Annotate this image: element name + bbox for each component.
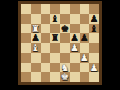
- square-b8[interactable]: [31, 4, 41, 14]
- square-a7[interactable]: [21, 14, 31, 24]
- square-e8[interactable]: [60, 4, 70, 14]
- square-b6[interactable]: ♜: [31, 24, 41, 34]
- piece-black-pawn-b5: ♟: [31, 34, 40, 44]
- square-c7[interactable]: [41, 14, 51, 24]
- square-c8[interactable]: [41, 4, 51, 14]
- square-g8[interactable]: [80, 4, 90, 14]
- square-d8[interactable]: [50, 4, 60, 14]
- square-h3[interactable]: [89, 53, 99, 63]
- square-h5[interactable]: [89, 33, 99, 43]
- square-g3[interactable]: ♟: [80, 53, 90, 63]
- square-c6[interactable]: [41, 24, 51, 34]
- square-e2[interactable]: ♞: [60, 63, 70, 73]
- square-e5[interactable]: [60, 33, 70, 43]
- piece-black-bishop-h6: ♝: [90, 24, 99, 34]
- square-d2[interactable]: [50, 63, 60, 73]
- square-c2[interactable]: [41, 63, 51, 73]
- square-a1[interactable]: [21, 72, 31, 82]
- square-a4[interactable]: [21, 43, 31, 53]
- square-d1[interactable]: [50, 72, 60, 82]
- square-c4[interactable]: [41, 43, 51, 53]
- square-g2[interactable]: [80, 63, 90, 73]
- square-b1[interactable]: [31, 72, 41, 82]
- square-f3[interactable]: [70, 53, 80, 63]
- chess-board-frame: ♝♟♜♚♝♟♜♟♟♝♟♟♞♟♚: [18, 1, 102, 85]
- piece-black-pawn-g5: ♟: [80, 34, 89, 44]
- square-e3[interactable]: [60, 53, 70, 63]
- square-a8[interactable]: [21, 4, 31, 14]
- piece-black-pawn-f5: ♟: [70, 34, 79, 44]
- square-d3[interactable]: [50, 53, 60, 63]
- square-e4[interactable]: [60, 43, 70, 53]
- square-d4[interactable]: [50, 43, 60, 53]
- square-g5[interactable]: ♟: [80, 33, 90, 43]
- square-e6[interactable]: ♚: [60, 24, 70, 34]
- piece-white-bishop-b4: ♝: [31, 43, 40, 53]
- piece-white-pawn-h2: ♟: [90, 63, 99, 73]
- square-b2[interactable]: [31, 63, 41, 73]
- square-c5[interactable]: [41, 33, 51, 43]
- square-e1[interactable]: ♚: [60, 72, 70, 82]
- square-f4[interactable]: ♟: [70, 43, 80, 53]
- square-h7[interactable]: ♟: [89, 14, 99, 24]
- square-c3[interactable]: [41, 53, 51, 63]
- square-a6[interactable]: [21, 24, 31, 34]
- square-b4[interactable]: ♝: [31, 43, 41, 53]
- square-b5[interactable]: ♟: [31, 33, 41, 43]
- square-h1[interactable]: [89, 72, 99, 82]
- square-a5[interactable]: [21, 33, 31, 43]
- square-f1[interactable]: [70, 72, 80, 82]
- square-d5[interactable]: ♜: [50, 33, 60, 43]
- square-h2[interactable]: ♟: [89, 63, 99, 73]
- square-f6[interactable]: [70, 24, 80, 34]
- piece-black-bishop-d7: ♝: [51, 14, 60, 23]
- square-g4[interactable]: [80, 43, 90, 53]
- square-h8[interactable]: [89, 4, 99, 14]
- square-a3[interactable]: [21, 53, 31, 63]
- square-h6[interactable]: ♝: [89, 24, 99, 34]
- piece-black-king-e6: ♚: [61, 24, 70, 34]
- square-d7[interactable]: ♝: [50, 14, 60, 24]
- square-g6[interactable]: [80, 24, 90, 34]
- square-b3[interactable]: [31, 53, 41, 63]
- square-d6[interactable]: [50, 24, 60, 34]
- piece-white-pawn-g3: ♟: [80, 53, 89, 63]
- square-c1[interactable]: [41, 72, 51, 82]
- piece-white-rook-b6: ♜: [31, 24, 40, 34]
- square-g7[interactable]: [80, 14, 90, 24]
- piece-white-king-e1: ♚: [61, 73, 70, 83]
- square-g1[interactable]: [80, 72, 90, 82]
- square-a2[interactable]: [21, 63, 31, 73]
- piece-black-pawn-h7: ♟: [90, 14, 99, 23]
- square-e7[interactable]: [60, 14, 70, 24]
- chess-board: ♝♟♜♚♝♟♜♟♟♝♟♟♞♟♚: [21, 4, 99, 82]
- piece-white-knight-e2: ♞: [61, 63, 70, 73]
- square-h4[interactable]: [89, 43, 99, 53]
- piece-white-pawn-f4: ♟: [70, 43, 79, 53]
- square-f5[interactable]: ♟: [70, 33, 80, 43]
- square-f8[interactable]: [70, 4, 80, 14]
- square-f2[interactable]: [70, 63, 80, 73]
- video-frame-background: ♝♟♜♚♝♟♜♟♟♝♟♟♞♟♚: [0, 0, 120, 90]
- square-f7[interactable]: [70, 14, 80, 24]
- piece-black-rook-d5: ♜: [51, 34, 60, 44]
- square-b7[interactable]: [31, 14, 41, 24]
